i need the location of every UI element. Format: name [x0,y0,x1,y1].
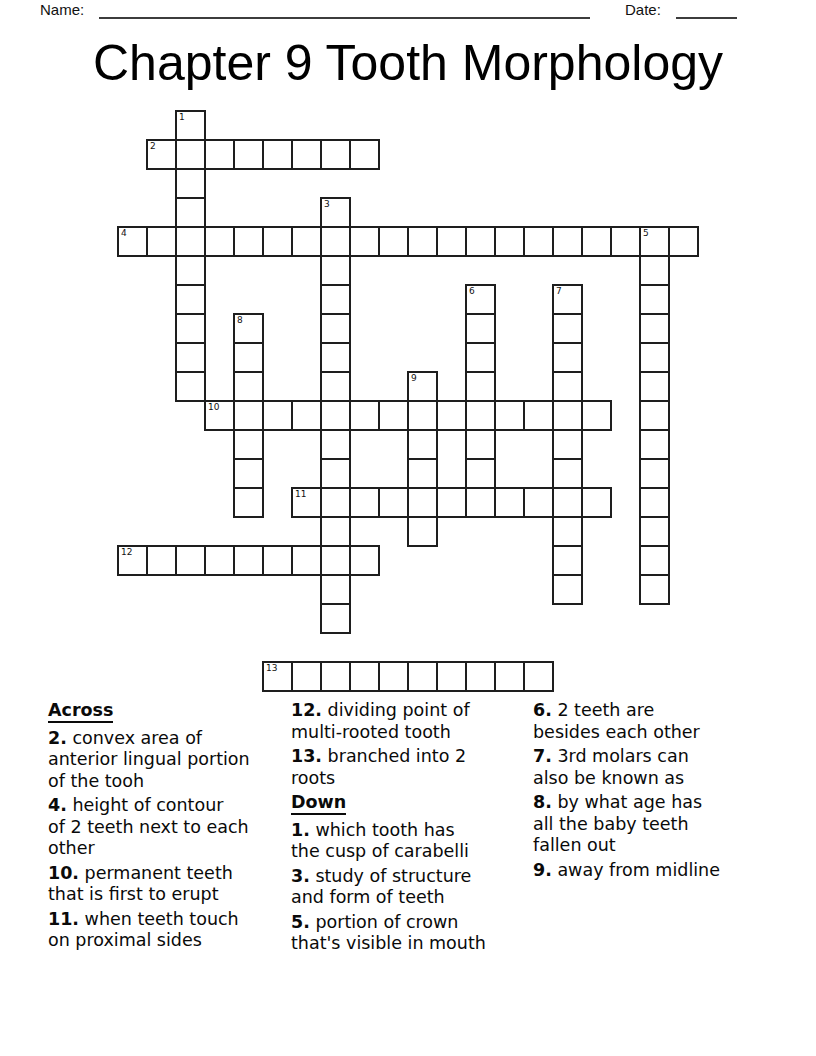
grid-cell-r14c7[interactable] [320,516,351,547]
clue-8-number: 8. [533,792,552,812]
grid-cell-r9c18[interactable] [639,371,670,402]
grid-cell-r10c7[interactable] [320,400,351,431]
grid-cell-r15c0[interactable]: 12 [117,545,148,576]
grid-cell-r1c2[interactable] [175,139,206,170]
grid-cell-r12c18[interactable] [639,458,670,489]
grid-cell-r19c9[interactable] [378,661,409,692]
grid-cell-r13c9[interactable] [378,487,409,518]
clue-7-number: 7. [533,746,552,766]
clue-column-2: 12. dividing point of multi-rooted tooth… [291,700,533,958]
grid-cell-r13c7[interactable] [320,487,351,518]
grid-cell-r8c15[interactable] [552,342,583,373]
grid-cell-r4c17[interactable] [610,226,641,257]
grid-cell-r10c15[interactable] [552,400,583,431]
grid-cell-r10c9[interactable] [378,400,409,431]
grid-cell-r13c6[interactable]: 11 [291,487,322,518]
grid-cell-r11c18[interactable] [639,429,670,460]
grid-cell-r16c18[interactable] [639,574,670,605]
grid-cell-r14c18[interactable] [639,516,670,547]
clue-4-number: 4. [48,795,67,815]
grid-cell-r4c6[interactable] [291,226,322,257]
grid-cell-r11c7[interactable] [320,429,351,460]
clue-7-text: 3rd molars can also be known as [533,746,689,788]
clue-number-9: 9 [411,373,417,383]
grid-cell-r7c2[interactable] [175,313,206,344]
grid-cell-r4c7[interactable] [320,226,351,257]
clue-9: 9. away from midline [533,860,775,882]
clue-10-number: 10. [48,863,79,883]
grid-cell-r17c7[interactable] [320,603,351,634]
grid-cell-r9c4[interactable] [233,371,264,402]
grid-cell-r1c6[interactable] [291,139,322,170]
grid-cell-r6c2[interactable] [175,284,206,315]
grid-cell-r4c4[interactable] [233,226,264,257]
grid-cell-r4c9[interactable] [378,226,409,257]
clue-5: 5. portion of crown that's visible in mo… [291,912,533,955]
grid-cell-r9c15[interactable] [552,371,583,402]
clue-1: 1. which tooth has the cusp of carabelli [291,820,533,863]
grid-cell-r15c1[interactable] [146,545,177,576]
clue-2-text: convex area of anterior lingual portion … [48,728,250,791]
clue-6-text: 2 teeth are besides each other [533,700,700,742]
grid-cell-r14c10[interactable] [407,516,438,547]
grid-cell-r14c15[interactable] [552,516,583,547]
grid-cell-r13c14[interactable] [523,487,554,518]
date-fill-line[interactable] [676,2,737,19]
grid-cell-r7c7[interactable] [320,313,351,344]
grid-cell-r12c12[interactable] [465,458,496,489]
grid-cell-r19c5[interactable]: 13 [262,661,293,692]
grid-cell-r10c6[interactable] [291,400,322,431]
grid-cell-r13c4[interactable] [233,487,264,518]
grid-cell-r16c7[interactable] [320,574,351,605]
grid-cell-r15c8[interactable] [349,545,380,576]
grid-cell-r19c10[interactable] [407,661,438,692]
clue-number-1: 1 [179,112,185,122]
clue-number-13: 13 [266,663,277,673]
grid-cell-r7c18[interactable] [639,313,670,344]
grid-cell-r13c16[interactable] [581,487,612,518]
grid-cell-r10c10[interactable] [407,400,438,431]
grid-cell-r10c18[interactable] [639,400,670,431]
clue-4: 4. height of contour of 2 teeth next to … [48,795,290,860]
grid-cell-r4c15[interactable] [552,226,583,257]
grid-cell-r11c4[interactable] [233,429,264,460]
grid-cell-r6c12[interactable]: 6 [465,284,496,315]
clue-11-number: 11. [48,909,79,929]
grid-cell-r9c2[interactable] [175,371,206,402]
grid-cell-r8c7[interactable] [320,342,351,373]
date-label: Date: [625,1,661,18]
grid-cell-r19c12[interactable] [465,661,496,692]
grid-cell-r10c11[interactable] [436,400,467,431]
grid-cell-r13c15[interactable] [552,487,583,518]
clue-4-text: height of contour of 2 teeth next to eac… [48,795,249,858]
clue-8: 8. by what age has all the baby teeth fa… [533,792,775,857]
grid-cell-r11c12[interactable] [465,429,496,460]
grid-cell-r7c12[interactable] [465,313,496,344]
grid-cell-r19c8[interactable] [349,661,380,692]
name-fill-line[interactable] [99,2,590,19]
clue-number-12: 12 [121,547,132,557]
grid-cell-r9c7[interactable] [320,371,351,402]
grid-cell-r8c4[interactable] [233,342,264,373]
clue-3-text: study of structure and form of teeth [291,866,471,908]
grid-cell-r13c11[interactable] [436,487,467,518]
grid-cell-r11c10[interactable] [407,429,438,460]
grid-cell-r10c8[interactable] [349,400,380,431]
clue-number-4: 4 [121,228,127,238]
grid-cell-r4c8[interactable] [349,226,380,257]
grid-cell-r15c7[interactable] [320,545,351,576]
clue-number-3: 3 [324,199,330,209]
clue-2-number: 2. [48,728,67,748]
clue-number-2: 2 [150,141,156,151]
clue-7: 7. 3rd molars can also be known as [533,746,775,789]
clue-13: 13. branched into 2 roots [291,746,533,789]
clue-5-number: 5. [291,912,310,932]
grid-cell-r10c14[interactable] [523,400,554,431]
clue-9-text: away from midline [552,860,720,880]
grid-cell-r9c12[interactable] [465,371,496,402]
grid-cell-r4c5[interactable] [262,226,293,257]
grid-cell-r4c14[interactable] [523,226,554,257]
grid-cell-r7c4[interactable]: 8 [233,313,264,344]
grid-cell-r15c4[interactable] [233,545,264,576]
grid-cell-r13c12[interactable] [465,487,496,518]
clue-6: 6. 2 teeth are besides each other [533,700,775,743]
grid-cell-r6c18[interactable] [639,284,670,315]
grid-cell-r6c15[interactable]: 7 [552,284,583,315]
grid-cell-r4c10[interactable] [407,226,438,257]
grid-cell-r15c15[interactable] [552,545,583,576]
grid-cell-r8c12[interactable] [465,342,496,373]
grid-cell-r12c15[interactable] [552,458,583,489]
grid-cell-r2c2[interactable] [175,168,206,199]
grid-cell-r4c1[interactable] [146,226,177,257]
name-label: Name: [40,1,84,18]
grid-cell-r3c7[interactable]: 3 [320,197,351,228]
grid-cell-r4c18[interactable]: 5 [639,226,670,257]
grid-cell-r15c5[interactable] [262,545,293,576]
clue-11: 11. when teeth touch on proximal sides [48,909,290,952]
clue-12-number: 12. [291,700,322,720]
grid-cell-r8c18[interactable] [639,342,670,373]
grid-cell-r15c18[interactable] [639,545,670,576]
crossword-grid: 12345678910111213 [117,110,699,692]
clue-12: 12. dividing point of multi-rooted tooth [291,700,533,743]
grid-cell-r4c2[interactable] [175,226,206,257]
grid-cell-r15c2[interactable] [175,545,206,576]
clue-number-7: 7 [556,286,562,296]
clue-2: 2. convex area of anterior lingual porti… [48,728,290,793]
grid-cell-r12c7[interactable] [320,458,351,489]
grid-cell-r8c2[interactable] [175,342,206,373]
grid-cell-r19c6[interactable] [291,661,322,692]
page-title: Chapter 9 Tooth Morphology [0,34,816,92]
grid-cell-r10c3[interactable]: 10 [204,400,235,431]
grid-cell-r5c7[interactable] [320,255,351,286]
grid-cell-r10c16[interactable] [581,400,612,431]
grid-cell-r9c10[interactable]: 9 [407,371,438,402]
clue-3: 3. study of structure and form of teeth [291,866,533,909]
clue-1-text: which tooth has the cusp of carabelli [291,820,469,862]
grid-cell-r4c0[interactable]: 4 [117,226,148,257]
grid-cell-r1c8[interactable] [349,139,380,170]
clue-number-6: 6 [469,286,475,296]
grid-cell-r1c5[interactable] [262,139,293,170]
grid-cell-r10c12[interactable] [465,400,496,431]
grid-cell-r12c4[interactable] [233,458,264,489]
clue-column-3: 6. 2 teeth are besides each other7. 3rd … [533,700,775,884]
clue-8-text: by what age has all the baby teeth falle… [533,792,702,855]
grid-cell-r10c4[interactable] [233,400,264,431]
grid-cell-r16c15[interactable] [552,574,583,605]
grid-cell-r19c13[interactable] [494,661,525,692]
grid-cell-r4c3[interactable] [204,226,235,257]
grid-cell-r13c10[interactable] [407,487,438,518]
grid-cell-r4c16[interactable] [581,226,612,257]
grid-cell-r1c1[interactable]: 2 [146,139,177,170]
clue-10: 10. permanent teeth that is first to eru… [48,863,290,906]
grid-cell-r0c2[interactable]: 1 [175,110,206,141]
down-heading: Down [291,792,533,814]
grid-cell-r4c19[interactable] [668,226,699,257]
clue-13-number: 13. [291,746,322,766]
clue-number-5: 5 [643,228,649,238]
clue-3-number: 3. [291,866,310,886]
grid-cell-r11c15[interactable] [552,429,583,460]
grid-cell-r13c13[interactable] [494,487,525,518]
clue-column-1: Across2. convex area of anterior lingual… [48,700,290,955]
grid-cell-r15c6[interactable] [291,545,322,576]
grid-cell-r10c13[interactable] [494,400,525,431]
grid-cell-r4c11[interactable] [436,226,467,257]
clue-1-number: 1. [291,820,310,840]
grid-cell-r4c12[interactable] [465,226,496,257]
grid-cell-r10c5[interactable] [262,400,293,431]
grid-cell-r3c2[interactable] [175,197,206,228]
across-heading: Across [48,700,290,722]
clue-9-number: 9. [533,860,552,880]
clue-number-8: 8 [237,315,243,325]
clue-6-number: 6. [533,700,552,720]
grid-cell-r15c3[interactable] [204,545,235,576]
grid-cell-r1c7[interactable] [320,139,351,170]
grid-cell-r19c11[interactable] [436,661,467,692]
grid-cell-r7c15[interactable] [552,313,583,344]
grid-cell-r4c13[interactable] [494,226,525,257]
grid-cell-r19c14[interactable] [523,661,554,692]
worksheet-page: Name: Date: Chapter 9 Tooth Morphology 1… [0,0,816,1056]
grid-cell-r1c3[interactable] [204,139,235,170]
clue-5-text: portion of crown that's visible in mouth [291,912,486,954]
clue-number-11: 11 [295,489,306,499]
grid-cell-r13c8[interactable] [349,487,380,518]
grid-cell-r13c18[interactable] [639,487,670,518]
grid-cell-r19c7[interactable] [320,661,351,692]
grid-cell-r1c4[interactable] [233,139,264,170]
grid-cell-r12c10[interactable] [407,458,438,489]
grid-cell-r6c7[interactable] [320,284,351,315]
clue-number-10: 10 [208,402,219,412]
grid-cell-r5c2[interactable] [175,255,206,286]
grid-cell-r5c18[interactable] [639,255,670,286]
